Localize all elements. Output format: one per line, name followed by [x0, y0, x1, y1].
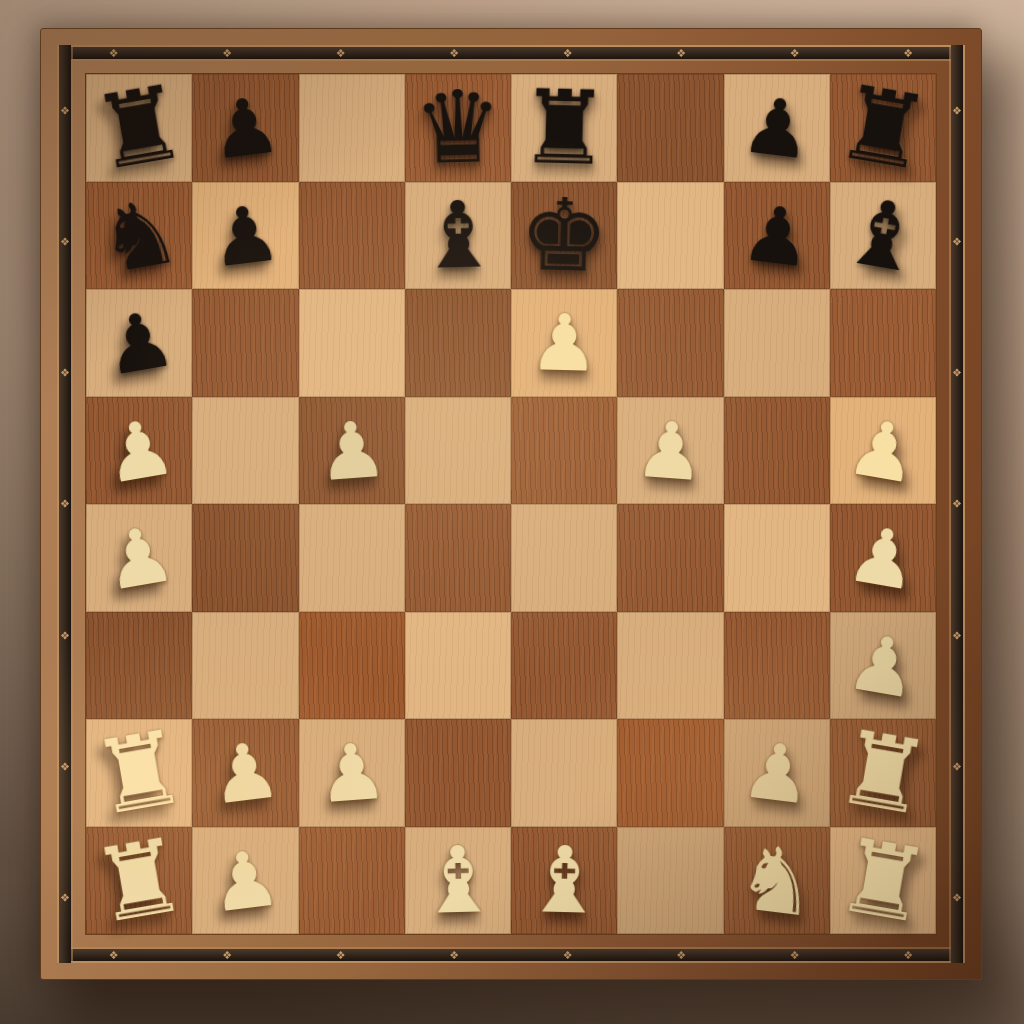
- square-b7[interactable]: ♟: [192, 182, 298, 290]
- square-g6[interactable]: [724, 289, 830, 397]
- piece-white-pawn-h4[interactable]: ♟: [821, 496, 944, 620]
- fleur-ornament-icon: ❖: [952, 499, 963, 509]
- square-h2[interactable]: ♜: [830, 719, 936, 827]
- square-d6[interactable]: [405, 289, 511, 397]
- square-b8[interactable]: ♟: [192, 74, 298, 182]
- piece-white-pawn-b2[interactable]: ♟: [186, 713, 305, 833]
- piece-white-pawn-c5[interactable]: ♟: [295, 393, 409, 508]
- square-a6[interactable]: ♟: [86, 289, 192, 397]
- piece-black-pawn-a6[interactable]: ♟: [78, 281, 201, 405]
- piece-white-pawn-h5[interactable]: ♟: [821, 388, 944, 512]
- piece-black-queen-d8[interactable]: ♛: [403, 73, 512, 183]
- square-h5[interactable]: ♟: [830, 397, 936, 505]
- square-d8[interactable]: ♛: [405, 74, 511, 182]
- square-f2[interactable]: [617, 719, 723, 827]
- fleur-ornament-icon: ❖: [563, 950, 573, 961]
- fleur-ornament-icon: ❖: [676, 48, 686, 59]
- square-c2[interactable]: ♟: [299, 719, 405, 827]
- square-a7[interactable]: ♞: [86, 182, 192, 290]
- fleur-ornament-icon: ❖: [336, 48, 346, 59]
- fleur-ornament-icon: ❖: [449, 950, 459, 961]
- piece-white-rook-h2[interactable]: ♜: [821, 711, 944, 835]
- square-e8[interactable]: ♜: [511, 74, 617, 182]
- square-c1[interactable]: [299, 827, 405, 935]
- square-g5[interactable]: [724, 397, 830, 505]
- board-field: ♜♟♛♜♟♜♞♟♝♚♟♝♟♟♟♟♟♟♟♟♟♜♟♟♟♜♜♟♝♝♞♜: [85, 73, 937, 935]
- square-a1[interactable]: ♜: [86, 827, 192, 935]
- ornament-band-top: ❖❖❖❖❖❖❖❖: [57, 47, 965, 59]
- piece-black-knight-a7[interactable]: ♞: [78, 173, 201, 297]
- square-a4[interactable]: ♟: [86, 504, 192, 612]
- piece-black-bishop-h7[interactable]: ♝: [821, 173, 944, 297]
- square-h7[interactable]: ♝: [830, 182, 936, 290]
- square-c5[interactable]: ♟: [299, 397, 405, 505]
- square-h3[interactable]: ♟: [830, 612, 936, 720]
- square-b5[interactable]: [192, 397, 298, 505]
- square-f5[interactable]: ♟: [617, 397, 723, 505]
- square-e3[interactable]: [511, 612, 617, 720]
- scene: { "game": "chess", "scene": { "descripti…: [0, 0, 1024, 1024]
- piece-white-pawn-c2[interactable]: ♟: [295, 715, 409, 830]
- square-e7[interactable]: ♚: [511, 182, 617, 290]
- piece-black-rook-e8[interactable]: ♜: [510, 73, 619, 183]
- square-b3[interactable]: [192, 612, 298, 720]
- fleur-ornament-icon: ❖: [952, 368, 963, 378]
- square-h6[interactable]: [830, 289, 936, 397]
- piece-white-rook-a2[interactable]: ♜: [78, 711, 201, 835]
- piece-black-pawn-b8[interactable]: ♟: [186, 68, 305, 188]
- square-e5[interactable]: [511, 397, 617, 505]
- square-g3[interactable]: [724, 612, 830, 720]
- piece-white-pawn-e6[interactable]: ♟: [510, 288, 619, 398]
- fleur-ornament-icon: ❖: [60, 892, 71, 902]
- square-d3[interactable]: [405, 612, 511, 720]
- square-d1[interactable]: ♝: [405, 827, 511, 935]
- square-c8[interactable]: [299, 74, 405, 182]
- piece-white-rook-a1[interactable]: ♜: [78, 818, 201, 942]
- square-h1[interactable]: ♜: [830, 827, 936, 935]
- square-c3[interactable]: [299, 612, 405, 720]
- square-c6[interactable]: [299, 289, 405, 397]
- piece-white-pawn-g2[interactable]: ♟: [717, 713, 836, 833]
- fleur-ornament-icon: ❖: [109, 950, 119, 961]
- piece-white-rook-h1[interactable]: ♜: [821, 818, 944, 942]
- square-b6[interactable]: [192, 289, 298, 397]
- square-e6[interactable]: ♟: [511, 289, 617, 397]
- piece-black-bishop-d7[interactable]: ♝: [403, 180, 512, 290]
- piece-black-pawn-b7[interactable]: ♟: [186, 175, 305, 295]
- fleur-ornament-icon: ❖: [952, 106, 963, 116]
- fleur-ornament-icon: ❖: [60, 106, 71, 116]
- square-e4[interactable]: [511, 504, 617, 612]
- square-g8[interactable]: ♟: [724, 74, 830, 182]
- fleur-ornament-icon: ❖: [60, 630, 71, 640]
- square-d4[interactable]: [405, 504, 511, 612]
- square-d5[interactable]: [405, 397, 511, 505]
- square-f6[interactable]: [617, 289, 723, 397]
- fleur-ornament-icon: ❖: [336, 950, 346, 961]
- piece-black-rook-h8[interactable]: ♜: [821, 66, 944, 190]
- piece-white-pawn-h3[interactable]: ♟: [821, 603, 944, 727]
- fleur-ornament-icon: ❖: [790, 48, 800, 59]
- fleur-ornament-icon: ❖: [903, 48, 913, 59]
- square-a2[interactable]: ♜: [86, 719, 192, 827]
- fleur-ornament-icon: ❖: [952, 630, 963, 640]
- ornament-band-left: ❖❖❖❖❖❖❖: [59, 45, 71, 963]
- square-c7[interactable]: [299, 182, 405, 290]
- square-g2[interactable]: ♟: [724, 719, 830, 827]
- square-d7[interactable]: ♝: [405, 182, 511, 290]
- square-a5[interactable]: ♟: [86, 397, 192, 505]
- piece-black-king-e7[interactable]: ♚: [510, 180, 619, 290]
- square-g4[interactable]: [724, 504, 830, 612]
- piece-white-knight-g1[interactable]: ♞: [717, 820, 836, 940]
- ornament-band-right: ❖❖❖❖❖❖❖: [951, 45, 963, 963]
- fleur-ornament-icon: ❖: [952, 892, 963, 902]
- square-a8[interactable]: ♜: [86, 74, 192, 182]
- piece-white-bishop-d1[interactable]: ♝: [403, 825, 512, 935]
- fleur-ornament-icon: ❖: [60, 761, 71, 771]
- square-b4[interactable]: [192, 504, 298, 612]
- square-f4[interactable]: [617, 504, 723, 612]
- square-f3[interactable]: [617, 612, 723, 720]
- square-b1[interactable]: ♟: [192, 827, 298, 935]
- fleur-ornament-icon: ❖: [903, 950, 913, 961]
- fleur-ornament-icon: ❖: [60, 368, 71, 378]
- fleur-ornament-icon: ❖: [222, 950, 232, 961]
- square-b2[interactable]: ♟: [192, 719, 298, 827]
- square-f8[interactable]: [617, 74, 723, 182]
- square-e1[interactable]: ♝: [511, 827, 617, 935]
- piece-white-pawn-a4[interactable]: ♟: [78, 496, 201, 620]
- square-c4[interactable]: [299, 504, 405, 612]
- square-h4[interactable]: ♟: [830, 504, 936, 612]
- fleur-ornament-icon: ❖: [952, 237, 963, 247]
- piece-white-pawn-a5[interactable]: ♟: [78, 388, 201, 512]
- square-g1[interactable]: ♞: [724, 827, 830, 935]
- fleur-ornament-icon: ❖: [109, 48, 119, 59]
- piece-white-pawn-f5[interactable]: ♟: [613, 393, 727, 508]
- fleur-ornament-icon: ❖: [790, 950, 800, 961]
- ornament-band-bottom: ❖❖❖❖❖❖❖❖: [57, 949, 965, 961]
- fleur-ornament-icon: ❖: [449, 48, 459, 59]
- square-g7[interactable]: ♟: [724, 182, 830, 290]
- piece-black-pawn-g7[interactable]: ♟: [717, 175, 836, 295]
- fleur-ornament-icon: ❖: [60, 499, 71, 509]
- piece-white-bishop-e1[interactable]: ♝: [510, 825, 619, 935]
- square-d2[interactable]: [405, 719, 511, 827]
- fleur-ornament-icon: ❖: [952, 761, 963, 771]
- fleur-ornament-icon: ❖: [676, 950, 686, 961]
- square-e2[interactable]: [511, 719, 617, 827]
- square-a3[interactable]: [86, 612, 192, 720]
- piece-black-rook-a8[interactable]: ♜: [78, 66, 201, 190]
- fleur-ornament-icon: ❖: [563, 48, 573, 59]
- piece-white-pawn-b1[interactable]: ♟: [186, 820, 305, 940]
- fleur-ornament-icon: ❖: [222, 48, 232, 59]
- square-h8[interactable]: ♜: [830, 74, 936, 182]
- fleur-ornament-icon: ❖: [60, 237, 71, 247]
- chess-board: ❖❖❖❖❖❖❖❖ ❖❖❖❖❖❖❖❖ ❖❖❖❖❖❖❖ ❖❖❖❖❖❖❖ ♜♟♛♜♟♜…: [40, 28, 982, 980]
- square-f7[interactable]: [617, 182, 723, 290]
- piece-black-pawn-g8[interactable]: ♟: [717, 68, 836, 188]
- square-f1[interactable]: [617, 827, 723, 935]
